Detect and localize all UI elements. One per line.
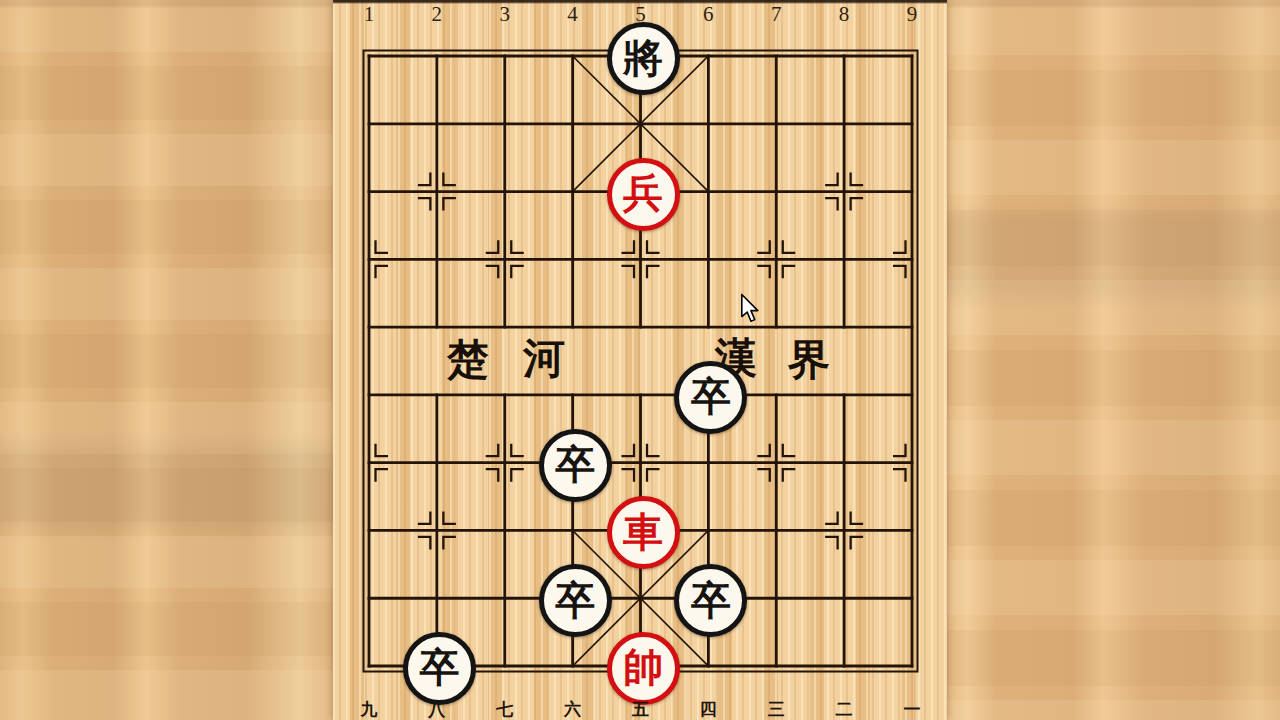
piece-red-chariot[interactable]: 車 xyxy=(607,496,680,569)
piece-red-soldier[interactable]: 兵 xyxy=(607,158,680,231)
bottom-file-labels: 九八七六五四三二一 xyxy=(335,698,946,720)
pieces-layer: 將兵卒卒車卒卒帥卒 xyxy=(335,22,946,700)
piece-black-soldier[interactable]: 卒 xyxy=(539,429,612,502)
piece-black-soldier[interactable]: 卒 xyxy=(674,361,747,434)
file-label-bottom: 三 xyxy=(742,698,810,720)
screen: 123456789 楚 河 漢 界 將兵卒卒車卒卒帥卒 九八七六五四三二一 xyxy=(0,0,1280,720)
file-label-bottom: 一 xyxy=(878,698,946,720)
piece-black-soldier[interactable]: 卒 xyxy=(674,564,747,637)
piece-black-soldier[interactable]: 卒 xyxy=(403,632,476,705)
file-label-bottom: 五 xyxy=(607,698,675,720)
piece-black-soldier[interactable]: 卒 xyxy=(539,564,612,637)
mouse-cursor-icon xyxy=(740,293,764,325)
file-label-bottom: 九 xyxy=(335,698,403,720)
background-right xyxy=(947,0,1280,720)
file-label-bottom: 六 xyxy=(539,698,607,720)
xiangqi-board[interactable]: 123456789 楚 河 漢 界 將兵卒卒車卒卒帥卒 九八七六五四三二一 xyxy=(333,0,947,720)
file-label-bottom: 四 xyxy=(674,698,742,720)
file-label-bottom: 二 xyxy=(810,698,878,720)
file-label-bottom: 八 xyxy=(403,698,471,720)
piece-red-general[interactable]: 帥 xyxy=(607,632,680,705)
file-label-bottom: 七 xyxy=(471,698,539,720)
piece-black-general[interactable]: 將 xyxy=(607,22,680,95)
background-left xyxy=(0,0,333,720)
